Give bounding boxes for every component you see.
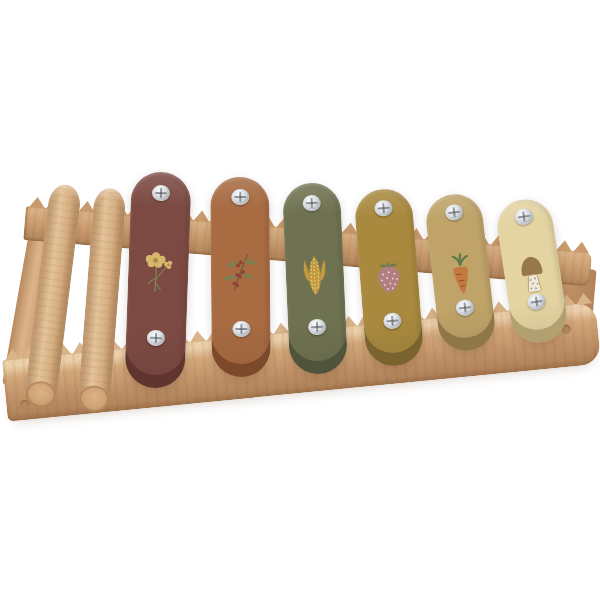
xylophone-bar-3 [282,182,348,375]
xylophone-bar-2 [210,177,271,378]
screw-icon [231,189,249,205]
screw-icon [455,299,475,317]
carrot-icon [439,249,482,299]
screw-icon [302,194,321,211]
screw-icon [383,312,402,329]
xylophone-bar-1 [124,171,192,389]
screw-icon [444,203,464,221]
sprig-icon [221,249,259,295]
strawberry-icon [368,251,409,300]
screw-icon [232,321,250,337]
xylophone-product-photo [0,0,600,600]
mushroom-icon [510,248,554,299]
screw-icon [514,208,534,226]
flower-icon [138,249,178,296]
screw-icon [147,330,166,347]
screw-icon [374,199,393,216]
corn-icon [295,251,335,299]
screw-icon [308,319,327,336]
screw-icon [152,185,171,202]
